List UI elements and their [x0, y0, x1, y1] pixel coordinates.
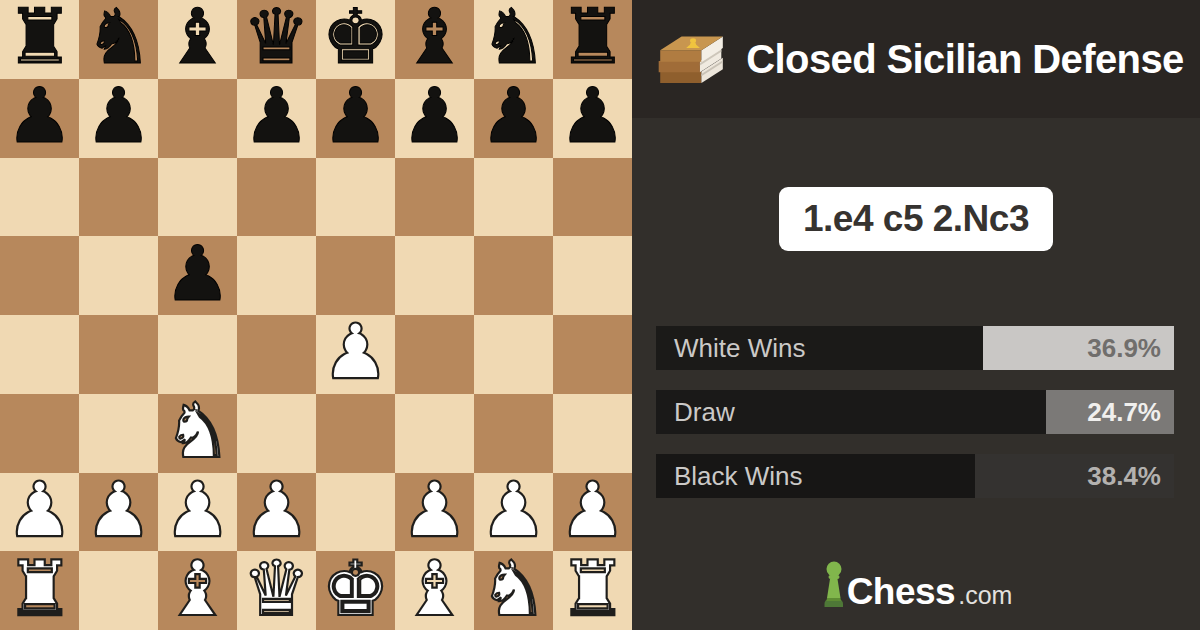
chesscom-tld-text: .com: [958, 581, 1012, 610]
square-e8: ♚: [316, 0, 395, 79]
black-wins-value: 38.4%: [975, 454, 1174, 498]
square-h8: ♜: [553, 0, 632, 79]
square-f2: ♟: [395, 473, 474, 552]
square-h5: [553, 236, 632, 315]
square-g4: [474, 315, 553, 394]
square-f7: ♟: [395, 79, 474, 158]
square-c3: ♞: [158, 394, 237, 473]
square-c8: ♝: [158, 0, 237, 79]
square-b3: [79, 394, 158, 473]
white-wins-value: 36.9%: [983, 326, 1174, 370]
black-bishop-f8: ♝: [400, 0, 468, 75]
square-a1: ♜: [0, 551, 79, 630]
square-h3: [553, 394, 632, 473]
draw-label: Draw: [656, 390, 1046, 434]
square-g5: [474, 236, 553, 315]
white-knight-c3: ♞: [163, 393, 231, 469]
black-pawn-f7: ♟: [400, 78, 468, 154]
black-wins-label: Black Wins: [656, 454, 975, 498]
chess-board: ♜♞♝♛♚♝♞♜♟♟♟♟♟♟♟♟♟♞♟♟♟♟♟♟♟♜♝♛♚♝♞♜: [0, 0, 632, 630]
books-icon: [648, 22, 732, 96]
square-e1: ♚: [316, 551, 395, 630]
square-b6: [79, 158, 158, 237]
stat-row: Draw 24.7%: [656, 390, 1174, 434]
moves-text: 1.e4 c5 2.Nc3: [803, 198, 1029, 240]
square-c7: [158, 79, 237, 158]
square-b4: [79, 315, 158, 394]
white-bishop-c1: ♝: [163, 551, 231, 627]
square-a7: ♟: [0, 79, 79, 158]
stat-row: Black Wins 38.4%: [656, 454, 1174, 498]
square-e2: [316, 473, 395, 552]
square-c4: [158, 315, 237, 394]
white-pawn-h2: ♟: [558, 472, 626, 548]
square-f1: ♝: [395, 551, 474, 630]
white-king-e1: ♚: [321, 551, 389, 627]
white-pawn-b2: ♟: [84, 472, 152, 548]
square-h2: ♟: [553, 473, 632, 552]
square-f8: ♝: [395, 0, 474, 79]
square-a5: [0, 236, 79, 315]
white-pawn-d2: ♟: [242, 472, 310, 548]
black-pawn-c5: ♟: [163, 236, 231, 312]
black-pawn-g7: ♟: [479, 78, 547, 154]
white-rook-h1: ♜: [558, 551, 626, 627]
info-panel: Closed Sicilian Defense 1.e4 c5 2.Nc3 Wh…: [632, 0, 1200, 630]
moves-box: 1.e4 c5 2.Nc3: [779, 187, 1053, 251]
square-h7: ♟: [553, 79, 632, 158]
white-pawn-a2: ♟: [5, 472, 73, 548]
square-a8: ♜: [0, 0, 79, 79]
black-king-e8: ♚: [321, 0, 389, 75]
square-e6: [316, 158, 395, 237]
black-pawn-e7: ♟: [321, 78, 389, 154]
black-pawn-a7: ♟: [5, 78, 73, 154]
black-rook-a8: ♜: [5, 0, 73, 75]
square-c5: ♟: [158, 236, 237, 315]
square-d3: [237, 394, 316, 473]
white-pawn-e4: ♟: [321, 314, 389, 390]
square-g6: [474, 158, 553, 237]
square-g2: ♟: [474, 473, 553, 552]
white-wins-label: White Wins: [656, 326, 983, 370]
square-d7: ♟: [237, 79, 316, 158]
square-b1: [79, 551, 158, 630]
square-h6: [553, 158, 632, 237]
square-a2: ♟: [0, 473, 79, 552]
square-b2: ♟: [79, 473, 158, 552]
black-pawn-d7: ♟: [242, 78, 310, 154]
square-h4: [553, 315, 632, 394]
square-g8: ♞: [474, 0, 553, 79]
square-e4: ♟: [316, 315, 395, 394]
square-d4: [237, 315, 316, 394]
opening-header: Closed Sicilian Defense: [632, 0, 1200, 118]
black-pawn-b7: ♟: [84, 78, 152, 154]
square-a4: [0, 315, 79, 394]
square-a6: [0, 158, 79, 237]
draw-value: 24.7%: [1046, 390, 1174, 434]
square-b8: ♞: [79, 0, 158, 79]
square-f5: [395, 236, 474, 315]
square-h1: ♜: [553, 551, 632, 630]
square-d5: [237, 236, 316, 315]
white-pawn-g2: ♟: [479, 472, 547, 548]
square-c1: ♝: [158, 551, 237, 630]
square-d8: ♛: [237, 0, 316, 79]
square-g3: [474, 394, 553, 473]
square-c2: ♟: [158, 473, 237, 552]
white-rook-a1: ♜: [5, 551, 73, 627]
square-b7: ♟: [79, 79, 158, 158]
black-knight-b8: ♞: [84, 0, 152, 75]
square-f3: [395, 394, 474, 473]
white-knight-g1: ♞: [479, 551, 547, 627]
black-knight-g8: ♞: [479, 0, 547, 75]
black-rook-h8: ♜: [558, 0, 626, 75]
square-e7: ♟: [316, 79, 395, 158]
square-e3: [316, 394, 395, 473]
white-pawn-c2: ♟: [163, 472, 231, 548]
white-pawn-f2: ♟: [400, 472, 468, 548]
stats-list: White Wins 36.9% Draw 24.7% Black Wins 3…: [632, 326, 1200, 498]
white-bishop-f1: ♝: [400, 551, 468, 627]
square-f6: [395, 158, 474, 237]
black-bishop-c8: ♝: [163, 0, 231, 75]
white-queen-d1: ♛: [242, 551, 310, 627]
stat-row: White Wins 36.9%: [656, 326, 1174, 370]
square-f4: [395, 315, 474, 394]
black-pawn-h7: ♟: [558, 78, 626, 154]
square-g7: ♟: [474, 79, 553, 158]
square-a3: [0, 394, 79, 473]
chesscom-logo[interactable]: Chess .com: [820, 560, 1013, 610]
square-d6: [237, 158, 316, 237]
opening-title: Closed Sicilian Defense: [746, 37, 1183, 82]
square-b5: [79, 236, 158, 315]
square-d1: ♛: [237, 551, 316, 630]
square-d2: ♟: [237, 473, 316, 552]
square-c6: [158, 158, 237, 237]
square-e5: [316, 236, 395, 315]
black-queen-d8: ♛: [242, 0, 310, 75]
chesscom-pawn-icon: [820, 560, 847, 610]
square-g1: ♞: [474, 551, 553, 630]
chesscom-brand-text: Chess: [847, 573, 956, 610]
